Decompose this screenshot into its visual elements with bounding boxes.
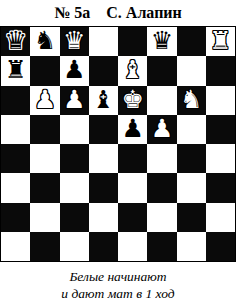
square-h8[interactable]: ♜: [206, 27, 235, 56]
square-c3[interactable]: [60, 173, 89, 202]
square-c8[interactable]: ♛: [60, 27, 89, 56]
puzzle-title: № 5a С. Алапин: [0, 0, 236, 26]
square-e1[interactable]: [118, 232, 147, 261]
square-f2[interactable]: [147, 203, 176, 232]
square-g5[interactable]: [177, 115, 206, 144]
square-a5[interactable]: [1, 115, 30, 144]
square-a8[interactable]: ♛: [1, 27, 30, 56]
square-c4[interactable]: [60, 144, 89, 173]
square-f8[interactable]: ♛: [147, 27, 176, 56]
square-a1[interactable]: [1, 232, 30, 261]
square-g8[interactable]: [177, 27, 206, 56]
piece-white-queen: ♛: [63, 28, 85, 53]
square-g4[interactable]: [177, 144, 206, 173]
caption: Белые начинают и дают мат в 1 ход: [0, 268, 236, 303]
square-h1[interactable]: [206, 232, 235, 261]
caption-line-1: Белые начинают: [0, 268, 236, 285]
square-h3[interactable]: [206, 173, 235, 202]
piece-black-queen: ♛: [151, 28, 173, 53]
piece-white-pawn: ♟: [63, 87, 85, 112]
chess-problem-page: № 5a С. Алапин ♛♞♛♛♜♜♟♝♟♟♝♚♞♟♟ Белые нач…: [0, 0, 236, 303]
square-e4[interactable]: [118, 144, 147, 173]
square-a6[interactable]: [1, 86, 30, 115]
square-f4[interactable]: [147, 144, 176, 173]
square-d7[interactable]: [89, 56, 118, 85]
piece-white-bishop: ♝: [121, 57, 143, 82]
square-b4[interactable]: [30, 144, 59, 173]
square-a2[interactable]: [1, 203, 30, 232]
piece-white-knight: ♞: [180, 87, 202, 112]
square-d2[interactable]: [89, 203, 118, 232]
square-e7[interactable]: ♝: [118, 56, 147, 85]
piece-black-bishop: ♝: [92, 87, 114, 112]
square-a7[interactable]: ♜: [1, 56, 30, 85]
square-e8[interactable]: [118, 27, 147, 56]
piece-black-pawn: ♟: [63, 57, 85, 82]
square-e3[interactable]: [118, 173, 147, 202]
square-c2[interactable]: [60, 203, 89, 232]
square-g3[interactable]: [177, 173, 206, 202]
square-g6[interactable]: ♞: [177, 86, 206, 115]
square-h4[interactable]: [206, 144, 235, 173]
square-f3[interactable]: [147, 173, 176, 202]
square-a3[interactable]: [1, 173, 30, 202]
square-b7[interactable]: [30, 56, 59, 85]
square-c6[interactable]: ♟: [60, 86, 89, 115]
square-b8[interactable]: ♞: [30, 27, 59, 56]
square-b6[interactable]: ♟: [30, 86, 59, 115]
piece-white-pawn: ♟: [151, 116, 173, 141]
square-d5[interactable]: [89, 115, 118, 144]
square-h6[interactable]: [206, 86, 235, 115]
chessboard: ♛♞♛♛♜♜♟♝♟♟♝♚♞♟♟: [0, 26, 236, 262]
square-d3[interactable]: [89, 173, 118, 202]
square-e2[interactable]: [118, 203, 147, 232]
square-d1[interactable]: [89, 232, 118, 261]
square-f5[interactable]: ♟: [147, 115, 176, 144]
square-h2[interactable]: [206, 203, 235, 232]
square-f1[interactable]: [147, 232, 176, 261]
square-b5[interactable]: [30, 115, 59, 144]
piece-white-rook: ♜: [209, 28, 231, 53]
square-d6[interactable]: ♝: [89, 86, 118, 115]
square-h7[interactable]: [206, 56, 235, 85]
square-e6[interactable]: ♚: [118, 86, 147, 115]
square-c1[interactable]: [60, 232, 89, 261]
square-b3[interactable]: [30, 173, 59, 202]
caption-line-2: и дают мат в 1 ход: [0, 285, 236, 302]
square-c5[interactable]: [60, 115, 89, 144]
square-a4[interactable]: [1, 144, 30, 173]
piece-white-pawn: ♟: [34, 87, 56, 112]
square-d8[interactable]: [89, 27, 118, 56]
square-d4[interactable]: [89, 144, 118, 173]
piece-white-king: ♚: [121, 87, 143, 112]
square-f6[interactable]: [147, 86, 176, 115]
puzzle-author: С. Алапин: [106, 4, 182, 22]
square-e5[interactable]: ♟: [118, 115, 147, 144]
square-b2[interactable]: [30, 203, 59, 232]
piece-black-queen: ♛: [4, 28, 26, 53]
square-g7[interactable]: [177, 56, 206, 85]
puzzle-number: № 5a: [54, 4, 90, 22]
piece-black-rook: ♜: [4, 57, 26, 82]
square-b1[interactable]: [30, 232, 59, 261]
square-f7[interactable]: [147, 56, 176, 85]
square-g1[interactable]: [177, 232, 206, 261]
square-c7[interactable]: ♟: [60, 56, 89, 85]
piece-black-knight: ♞: [34, 28, 56, 53]
square-g2[interactable]: [177, 203, 206, 232]
square-h5[interactable]: [206, 115, 235, 144]
piece-black-pawn: ♟: [121, 116, 143, 141]
